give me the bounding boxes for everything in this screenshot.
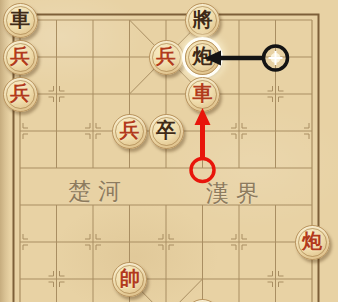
piece-red-soldier[interactable]: 兵	[149, 40, 184, 75]
piece-glyph: 兵	[156, 46, 176, 66]
piece-red-cannon[interactable]: 炮	[295, 225, 330, 260]
piece-glyph: 炮	[302, 231, 322, 251]
piece-red-general[interactable]: 帥	[112, 262, 147, 297]
piece-glyph: 車	[193, 83, 213, 103]
piece-red-soldier[interactable]: 兵	[3, 40, 38, 75]
xiangqi-board[interactable]: 楚河 漢界 車將兵兵炮兵車兵卒炮帥	[0, 0, 338, 302]
piece-black-general[interactable]: 將	[185, 3, 220, 38]
piece-layer: 車將兵兵炮兵車兵卒炮帥	[2, 2, 331, 302]
piece-glyph: 炮	[193, 46, 213, 66]
piece-red-soldier[interactable]: 兵	[3, 77, 38, 112]
piece-glyph: 車	[10, 9, 30, 29]
piece-black-soldier[interactable]: 卒	[149, 114, 184, 149]
piece-red-chariot[interactable]: 車	[185, 77, 220, 112]
piece-glyph: 兵	[120, 120, 140, 140]
piece-glyph: 帥	[120, 268, 140, 288]
piece-glyph: 兵	[10, 46, 30, 66]
piece-black-cannon[interactable]: 炮	[185, 40, 220, 75]
piece-unknown-piece-cropped[interactable]	[185, 299, 220, 302]
piece-red-soldier[interactable]: 兵	[112, 114, 147, 149]
piece-glyph: 兵	[10, 83, 30, 103]
piece-black-chariot[interactable]: 車	[3, 3, 38, 38]
piece-glyph: 將	[193, 9, 213, 29]
piece-glyph: 卒	[156, 120, 176, 140]
